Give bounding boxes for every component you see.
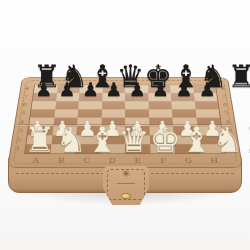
piece-white-rook[interactable]: ♜ — [244, 123, 250, 158]
piece-white-bishop[interactable]: ♝ — [181, 123, 212, 158]
piece-white-knight[interactable]: ♞ — [212, 123, 243, 158]
piece-white-rook[interactable]: ♜ — [24, 123, 55, 158]
piece-black-rook[interactable]: ♜ — [228, 61, 250, 92]
piece-black-pawn[interactable]: ♟ — [172, 80, 195, 99]
piece-black-pawn[interactable]: ♟ — [149, 80, 172, 99]
white-back-rank: ♜♞♝♛♚♝♞♜ — [24, 123, 227, 158]
black-pawns: ♟♟♟♟♟♟♟♟ — [32, 80, 219, 99]
piece-white-knight[interactable]: ♞ — [55, 123, 86, 158]
piece-black-pawn[interactable]: ♟ — [196, 80, 219, 99]
piece-black-pawn[interactable]: ♟ — [126, 80, 149, 99]
pieces-layer: ♜♞♝♛♚♝♞♜♟♟♟♟♟♟♟♟♟♟♟♟♟♟♟♟♜♞♝♛♚♝♞♜ — [0, 0, 250, 250]
piece-black-pawn[interactable]: ♟ — [79, 80, 102, 99]
piece-black-pawn[interactable]: ♟ — [102, 80, 125, 99]
piece-white-king[interactable]: ♚ — [150, 123, 181, 158]
piece-black-pawn[interactable]: ♟ — [55, 80, 78, 99]
piece-white-bishop[interactable]: ♝ — [87, 123, 118, 158]
piece-white-queen[interactable]: ♛ — [118, 123, 149, 158]
product-photo-scene: 87654321 87654321 ABCDEFGH ✳ ♜♞♝♛♚♝♞♜♟♟♟… — [0, 0, 250, 250]
piece-black-pawn[interactable]: ♟ — [32, 80, 55, 99]
